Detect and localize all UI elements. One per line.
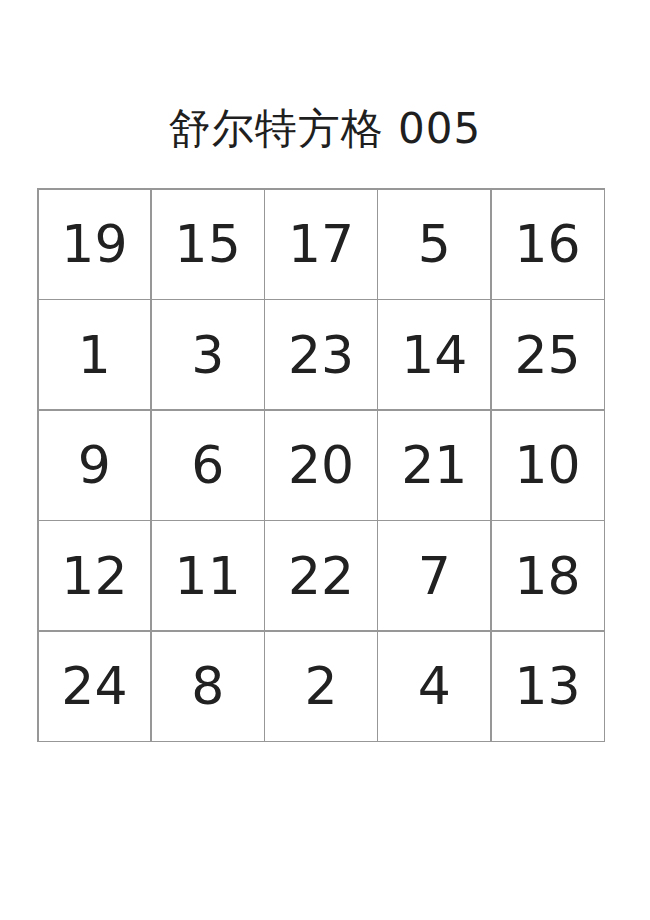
schulte-grid: 19 15 17 5 16 1 3 23 14 25 9 6 20 21 10 … (37, 188, 605, 742)
grid-cell-r1c0[interactable]: 1 (39, 300, 151, 409)
grid-cell-r1c4[interactable]: 25 (492, 300, 604, 409)
grid-cell-r0c0[interactable]: 19 (39, 190, 151, 299)
grid-cell-r4c3[interactable]: 4 (378, 632, 490, 741)
grid-cell-r0c1[interactable]: 15 (152, 190, 264, 299)
grid-cell-r1c2[interactable]: 23 (265, 300, 377, 409)
grid-cell-r0c3[interactable]: 5 (378, 190, 490, 299)
grid-cell-r4c2[interactable]: 2 (265, 632, 377, 741)
grid-cell-r2c4[interactable]: 10 (492, 411, 604, 520)
page-title: 舒尔特方格 005 (0, 103, 650, 155)
grid-cell-r3c0[interactable]: 12 (39, 521, 151, 630)
grid-cell-r4c0[interactable]: 24 (39, 632, 151, 741)
grid-cell-r0c2[interactable]: 17 (265, 190, 377, 299)
grid-cell-r2c1[interactable]: 6 (152, 411, 264, 520)
grid-cell-r4c1[interactable]: 8 (152, 632, 264, 741)
grid-cell-r2c2[interactable]: 20 (265, 411, 377, 520)
grid-cell-r2c3[interactable]: 21 (378, 411, 490, 520)
grid-cell-r3c1[interactable]: 11 (152, 521, 264, 630)
grid-cell-r4c4[interactable]: 13 (492, 632, 604, 741)
grid-cell-r2c0[interactable]: 9 (39, 411, 151, 520)
grid-cell-r0c4[interactable]: 16 (492, 190, 604, 299)
grid-cell-r1c3[interactable]: 14 (378, 300, 490, 409)
grid-cell-r3c3[interactable]: 7 (378, 521, 490, 630)
grid-cell-r1c1[interactable]: 3 (152, 300, 264, 409)
grid-cell-r3c2[interactable]: 22 (265, 521, 377, 630)
grid-cell-r3c4[interactable]: 18 (492, 521, 604, 630)
